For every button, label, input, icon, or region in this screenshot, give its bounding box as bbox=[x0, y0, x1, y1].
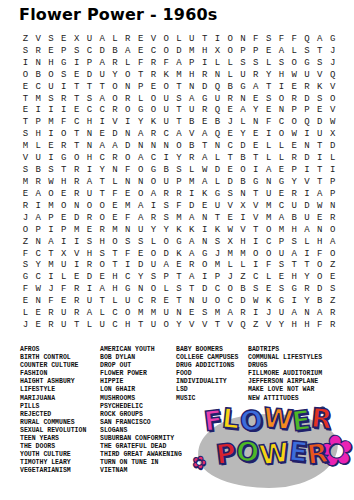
grid-cell: U bbox=[147, 259, 160, 271]
grid-cell: I bbox=[70, 57, 83, 69]
grid-cell: I bbox=[160, 152, 173, 164]
grid-cell: E bbox=[19, 81, 32, 93]
grid-cell: H bbox=[313, 236, 326, 248]
grid-cell: C bbox=[70, 116, 83, 128]
grid-cell: F bbox=[45, 295, 58, 307]
grid-cell: Q bbox=[211, 105, 224, 117]
grid-cell: R bbox=[57, 140, 70, 152]
grid-cell: E bbox=[57, 295, 70, 307]
grid-cell: E bbox=[313, 105, 326, 117]
grid-cell: B bbox=[32, 69, 45, 81]
grid-cell: I bbox=[211, 33, 224, 45]
grid-cell: D bbox=[313, 116, 326, 128]
grid-cell: W bbox=[288, 128, 301, 140]
word-list-column-1: AFROSBIRTH CONTROLCOUNTER CULTUREFASHION… bbox=[20, 346, 86, 476]
grid-cell: N bbox=[211, 140, 224, 152]
grid-cell: E bbox=[45, 140, 58, 152]
grid-cell: U bbox=[301, 69, 314, 81]
grid-cell: J bbox=[211, 248, 224, 260]
grid-cell: N bbox=[134, 140, 147, 152]
grid-cell: H bbox=[45, 57, 58, 69]
grid-cell: A bbox=[32, 188, 45, 200]
grid-cell: R bbox=[147, 212, 160, 224]
grid-cell: I bbox=[301, 248, 314, 260]
grid-cell: H bbox=[301, 319, 314, 331]
grid-cell: O bbox=[224, 283, 237, 295]
grid-cell: O bbox=[121, 307, 134, 319]
grid-cell: C bbox=[32, 271, 45, 283]
grid-cell: L bbox=[237, 259, 250, 271]
grid-cell: V bbox=[32, 33, 45, 45]
grid-cell: A bbox=[301, 224, 314, 236]
grid-cell: F bbox=[121, 248, 134, 260]
word-item: LON GHAIR bbox=[100, 386, 182, 394]
grid-cell: R bbox=[70, 164, 83, 176]
grid-cell: R bbox=[70, 176, 83, 188]
grid-cell: Q bbox=[237, 319, 250, 331]
grid-cell: E bbox=[45, 45, 58, 57]
grid-cell: X bbox=[211, 45, 224, 57]
grid-cell: G bbox=[121, 283, 134, 295]
grid-cell: D bbox=[134, 259, 147, 271]
word-item: DROP OUT bbox=[100, 362, 182, 370]
grid-cell: J bbox=[262, 307, 275, 319]
grid-cell: Y bbox=[173, 319, 186, 331]
grid-cell: C bbox=[32, 248, 45, 260]
grid-cell: G bbox=[211, 188, 224, 200]
logo-letter: W bbox=[257, 438, 290, 468]
grid-cell: P bbox=[45, 212, 58, 224]
grid-cell: V bbox=[224, 319, 237, 331]
grid-cell: I bbox=[275, 81, 288, 93]
grid-cell: D bbox=[121, 140, 134, 152]
word-item: COUNTER CULTURE bbox=[20, 362, 86, 370]
grid-cell: Q bbox=[211, 128, 224, 140]
grid-cell: G bbox=[147, 164, 160, 176]
grid-cell: M bbox=[45, 259, 58, 271]
grid-cell: N bbox=[301, 307, 314, 319]
word-item: SAN FRANCISCO bbox=[100, 419, 182, 427]
word-item: SLOGANS bbox=[100, 427, 182, 435]
grid-cell: A bbox=[313, 33, 326, 45]
grid-cell: W bbox=[326, 116, 339, 128]
grid-cell: I bbox=[249, 164, 262, 176]
grid-cell: R bbox=[70, 295, 83, 307]
grid-cell: E bbox=[275, 188, 288, 200]
grid-cell: G bbox=[198, 248, 211, 260]
grid-cell: I bbox=[301, 164, 314, 176]
grid-cell: L bbox=[275, 152, 288, 164]
grid-cell: O bbox=[313, 271, 326, 283]
grid-cell: R bbox=[185, 152, 198, 164]
grid-cell: U bbox=[211, 93, 224, 105]
grid-cell: Y bbox=[237, 128, 250, 140]
grid-cell: O bbox=[121, 152, 134, 164]
grid-cell: E bbox=[70, 271, 83, 283]
grid-cell: E bbox=[275, 271, 288, 283]
grid-cell: O bbox=[262, 224, 275, 236]
grid-cell: S bbox=[173, 93, 186, 105]
grid-cell: T bbox=[70, 81, 83, 93]
grid-cell: R bbox=[160, 188, 173, 200]
grid-cell: T bbox=[83, 81, 96, 93]
grid-cell: X bbox=[70, 33, 83, 45]
grid-cell: P bbox=[288, 164, 301, 176]
grid-cell: N bbox=[147, 140, 160, 152]
grid-cell: A bbox=[237, 105, 250, 117]
grid-cell: T bbox=[96, 188, 109, 200]
grid-cell: P bbox=[160, 271, 173, 283]
grid-cell: L bbox=[109, 295, 122, 307]
grid-cell: V bbox=[109, 116, 122, 128]
page-title: Flower Power - 1960s bbox=[19, 5, 218, 24]
grid-cell: G bbox=[326, 33, 339, 45]
grid-cell: Y bbox=[301, 271, 314, 283]
grid-cell: Z bbox=[326, 295, 339, 307]
grid-cell: T bbox=[313, 140, 326, 152]
grid-cell: R bbox=[70, 307, 83, 319]
grid-cell: I bbox=[147, 200, 160, 212]
word-item: ROCK GROUPS bbox=[100, 411, 182, 419]
grid-cell: T bbox=[96, 176, 109, 188]
grid-cell: A bbox=[185, 212, 198, 224]
grid-cell: E bbox=[83, 224, 96, 236]
grid-cell: G bbox=[275, 176, 288, 188]
grid-cell: S bbox=[45, 33, 58, 45]
grid-cell: E bbox=[224, 212, 237, 224]
grid-cell: T bbox=[249, 188, 262, 200]
grid-cell: C bbox=[160, 128, 173, 140]
grid-cell: H bbox=[83, 116, 96, 128]
grid-cell: T bbox=[211, 319, 224, 331]
word-item: DRUG ADDICTIONS bbox=[176, 362, 238, 370]
grid-cell: O bbox=[109, 81, 122, 93]
word-list-column-2: AMERICAN YOUTHBOB DYLANDROP OUTFLOWER PO… bbox=[100, 346, 182, 476]
logo-letter: R bbox=[310, 404, 334, 433]
grid-cell: H bbox=[83, 248, 96, 260]
word-item: COMMUNAL LIFESTYLES bbox=[248, 354, 322, 362]
grid-cell: S bbox=[83, 236, 96, 248]
word-item: INDIVIDUALITY bbox=[176, 378, 238, 386]
grid-cell: J bbox=[326, 57, 339, 69]
grid-cell: O bbox=[147, 283, 160, 295]
grid-cell: S bbox=[313, 93, 326, 105]
grid-cell: S bbox=[211, 236, 224, 248]
grid-cell: P bbox=[326, 176, 339, 188]
grid-cell: E bbox=[262, 45, 275, 57]
grid-cell: C bbox=[121, 271, 134, 283]
grid-cell: C bbox=[109, 319, 122, 331]
grid-cell: Q bbox=[211, 81, 224, 93]
grid-cell: M bbox=[173, 212, 186, 224]
grid-cell: I bbox=[45, 224, 58, 236]
grid-cell: R bbox=[70, 188, 83, 200]
grid-cell: Z bbox=[326, 259, 339, 271]
grid-cell: T bbox=[185, 283, 198, 295]
grid-cell: Y bbox=[249, 105, 262, 117]
grid-cell: F bbox=[160, 57, 173, 69]
grid-cell: C bbox=[96, 105, 109, 117]
grid-cell: P bbox=[32, 116, 45, 128]
grid-cell: H bbox=[109, 271, 122, 283]
grid-cell: M bbox=[211, 307, 224, 319]
grid-cell: W bbox=[45, 176, 58, 188]
grid-cell: A bbox=[160, 259, 173, 271]
grid-cell: M bbox=[262, 200, 275, 212]
grid-cell: T bbox=[288, 259, 301, 271]
grid-cell: C bbox=[83, 45, 96, 57]
grid-cell: F bbox=[249, 33, 262, 45]
grid-cell: S bbox=[275, 259, 288, 271]
grid-cell: D bbox=[185, 200, 198, 212]
grid-cell: L bbox=[288, 45, 301, 57]
word-item: FASHION bbox=[20, 370, 86, 378]
logo-word-flower: FLOWER bbox=[204, 406, 332, 433]
grid-cell: N bbox=[121, 224, 134, 236]
grid-cell: V bbox=[185, 319, 198, 331]
grid-cell: M bbox=[173, 69, 186, 81]
grid-cell: O bbox=[45, 69, 58, 81]
grid-cell: S bbox=[275, 57, 288, 69]
grid-cell: A bbox=[173, 57, 186, 69]
grid-cell: U bbox=[147, 319, 160, 331]
grid-cell: K bbox=[262, 295, 275, 307]
grid-cell: R bbox=[147, 57, 160, 69]
grid-cell: C bbox=[147, 45, 160, 57]
grid-cell: X bbox=[326, 128, 339, 140]
grid-cell: U bbox=[237, 69, 250, 81]
grid-cell: I bbox=[19, 57, 32, 69]
grid-cell: R bbox=[198, 69, 211, 81]
grid-cell: O bbox=[134, 164, 147, 176]
grid-cell: J bbox=[326, 45, 339, 57]
word-item: FOOD bbox=[176, 370, 238, 378]
grid-cell: S bbox=[301, 45, 314, 57]
grid-cell: B bbox=[32, 164, 45, 176]
grid-cell: T bbox=[19, 116, 32, 128]
grid-cell: M bbox=[147, 307, 160, 319]
word-item: PSYCHEDELIC bbox=[100, 403, 182, 411]
grid-cell: L bbox=[109, 33, 122, 45]
grid-cell: O bbox=[109, 93, 122, 105]
grid-cell: A bbox=[134, 212, 147, 224]
grid-cell: V bbox=[185, 128, 198, 140]
grid-cell: U bbox=[275, 307, 288, 319]
grid-cell: A bbox=[185, 271, 198, 283]
grid-cell: J bbox=[19, 212, 32, 224]
grid-cell: G bbox=[198, 93, 211, 105]
grid-cell: A bbox=[313, 188, 326, 200]
grid-cell: A bbox=[275, 212, 288, 224]
grid-cell: A bbox=[185, 236, 198, 248]
grid-cell: T bbox=[301, 259, 314, 271]
grid-cell: L bbox=[211, 152, 224, 164]
grid-cell: F bbox=[57, 283, 70, 295]
grid-cell: T bbox=[70, 93, 83, 105]
grid-cell: R bbox=[45, 307, 58, 319]
grid-cell: L bbox=[83, 319, 96, 331]
grid-cell: Y bbox=[173, 152, 186, 164]
word-item: THE DOORS bbox=[20, 443, 86, 451]
grid-cell: H bbox=[288, 271, 301, 283]
word-item: REJECTED bbox=[20, 411, 86, 419]
grid-cell: R bbox=[57, 93, 70, 105]
grid-cell: M bbox=[211, 259, 224, 271]
grid-cell: A bbox=[134, 200, 147, 212]
grid-cell: E bbox=[224, 164, 237, 176]
grid-cell: X bbox=[57, 248, 70, 260]
grid-cell: E bbox=[19, 105, 32, 117]
word-item: NEW ATTITUDES bbox=[248, 395, 322, 403]
grid-cell: R bbox=[83, 259, 96, 271]
grid-cell: I bbox=[262, 128, 275, 140]
grid-cell: F bbox=[173, 200, 186, 212]
grid-cell: F bbox=[313, 248, 326, 260]
grid-cell: N bbox=[160, 140, 173, 152]
grid-cell: I bbox=[121, 116, 134, 128]
grid-cell: A bbox=[96, 57, 109, 69]
grid-cell: I bbox=[185, 188, 198, 200]
grid-cell: O bbox=[262, 248, 275, 260]
grid-cell: L bbox=[211, 57, 224, 69]
grid-cell: D bbox=[70, 212, 83, 224]
grid-cell: E bbox=[147, 81, 160, 93]
grid-cell: E bbox=[326, 271, 339, 283]
grid-cell: O bbox=[57, 200, 70, 212]
grid-cell: U bbox=[198, 295, 211, 307]
grid-cell: O bbox=[326, 93, 339, 105]
grid-cell: T bbox=[313, 45, 326, 57]
grid-cell: B bbox=[237, 176, 250, 188]
grid-cell: D bbox=[109, 128, 122, 140]
grid-cell: L bbox=[109, 176, 122, 188]
grid-cell: M bbox=[121, 200, 134, 212]
grid-cell: N bbox=[237, 93, 250, 105]
grid-cell: R bbox=[109, 152, 122, 164]
grid-cell: Y bbox=[147, 224, 160, 236]
grid-cell: T bbox=[173, 105, 186, 117]
grid-cell: V bbox=[249, 200, 262, 212]
grid-cell: F bbox=[313, 319, 326, 331]
grid-cell: S bbox=[45, 93, 58, 105]
word-item: AMERICAN YOUTH bbox=[100, 346, 182, 354]
grid-cell: G bbox=[237, 81, 250, 93]
word-item: MARIJUANA bbox=[20, 395, 86, 403]
grid-cell: M bbox=[262, 212, 275, 224]
grid-cell: H bbox=[57, 176, 70, 188]
grid-cell: O bbox=[147, 176, 160, 188]
grid-cell: I bbox=[70, 259, 83, 271]
grid-cell: S bbox=[160, 200, 173, 212]
grid-cell: E bbox=[262, 283, 275, 295]
grid-cell: N bbox=[121, 81, 134, 93]
grid-cell: D bbox=[160, 248, 173, 260]
grid-cell: I bbox=[57, 105, 70, 117]
grid-cell: Y bbox=[288, 176, 301, 188]
grid-cell: M bbox=[275, 224, 288, 236]
grid-cell: Q bbox=[301, 33, 314, 45]
grid-cell: S bbox=[160, 212, 173, 224]
grid-cell: Y bbox=[96, 164, 109, 176]
grid-cell: P bbox=[173, 176, 186, 188]
grid-cell: H bbox=[288, 319, 301, 331]
grid-cell: S bbox=[121, 236, 134, 248]
grid-cell: N bbox=[173, 307, 186, 319]
grid-cell: I bbox=[249, 259, 262, 271]
grid-cell: W bbox=[198, 164, 211, 176]
grid-cell: L bbox=[160, 283, 173, 295]
grid-cell: U bbox=[160, 93, 173, 105]
grid-cell: N bbox=[185, 81, 198, 93]
grid-cell: L bbox=[301, 236, 314, 248]
grid-cell: R bbox=[301, 81, 314, 93]
grid-cell: E bbox=[134, 33, 147, 45]
grid-cell: W bbox=[288, 69, 301, 81]
grid-cell: C bbox=[96, 152, 109, 164]
grid-cell: T bbox=[19, 93, 32, 105]
grid-cell: O bbox=[275, 128, 288, 140]
grid-cell: T bbox=[211, 212, 224, 224]
grid-cell: G bbox=[288, 283, 301, 295]
grid-cell: J bbox=[224, 271, 237, 283]
grid-cell: U bbox=[83, 295, 96, 307]
grid-cell: V bbox=[224, 200, 237, 212]
grid-cell: D bbox=[198, 283, 211, 295]
grid-cell: E bbox=[185, 307, 198, 319]
grid-cell: T bbox=[109, 248, 122, 260]
grid-cell: I bbox=[198, 271, 211, 283]
grid-cell: R bbox=[109, 105, 122, 117]
grid-cell: E bbox=[198, 200, 211, 212]
grid-cell: S bbox=[134, 236, 147, 248]
grid-cell: A bbox=[288, 248, 301, 260]
grid-cell: U bbox=[262, 188, 275, 200]
logo-letter: O bbox=[235, 437, 261, 466]
grid-cell: N bbox=[237, 188, 250, 200]
word-item: BABY BOOMERS bbox=[176, 346, 238, 354]
grid-cell: U bbox=[83, 188, 96, 200]
grid-cell: I bbox=[45, 128, 58, 140]
word-item: TIMOTHY LEARY bbox=[20, 459, 86, 467]
grid-cell: T bbox=[173, 81, 186, 93]
grid-cell: U bbox=[160, 116, 173, 128]
word-item: COLLEGE CAMPUSES bbox=[176, 354, 238, 362]
grid-cell: W bbox=[313, 200, 326, 212]
grid-cell: I bbox=[301, 128, 314, 140]
grid-cell: Y bbox=[109, 69, 122, 81]
word-item: VEGETARIANISM bbox=[20, 467, 86, 475]
grid-cell: M bbox=[134, 307, 147, 319]
grid-cell: C bbox=[224, 140, 237, 152]
grid-cell: N bbox=[32, 295, 45, 307]
grid-cell: M bbox=[19, 140, 32, 152]
grid-cell: N bbox=[134, 176, 147, 188]
grid-cell: A bbox=[134, 128, 147, 140]
grid-cell: N bbox=[198, 212, 211, 224]
grid-cell: U bbox=[96, 69, 109, 81]
grid-cell: C bbox=[147, 152, 160, 164]
grid-cell: O bbox=[96, 200, 109, 212]
grid-cell: V bbox=[326, 81, 339, 93]
grid-cell: N bbox=[134, 283, 147, 295]
grid-cell: M bbox=[19, 176, 32, 188]
grid-cell: I bbox=[313, 152, 326, 164]
grid-cell: N bbox=[109, 164, 122, 176]
grid-cell: L bbox=[262, 152, 275, 164]
grid-cell: P bbox=[288, 105, 301, 117]
grid-cell: O bbox=[275, 93, 288, 105]
grid-cell: L bbox=[224, 57, 237, 69]
